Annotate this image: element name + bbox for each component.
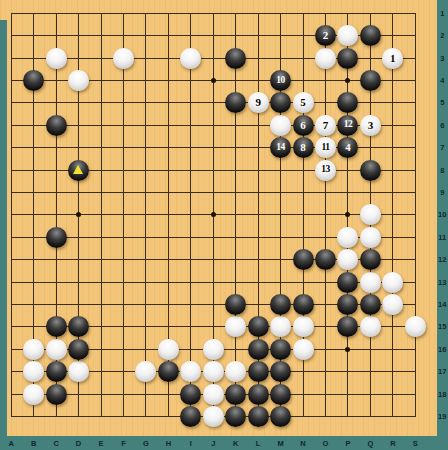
stone-black-M16[interactable] (270, 339, 291, 360)
stone-white-O8[interactable]: 13 (315, 160, 336, 181)
triangle-mark-icon (73, 165, 83, 174)
stone-black-C17[interactable] (46, 361, 67, 382)
row-label-18: 18 (437, 390, 448, 399)
stone-black-C6[interactable] (46, 115, 67, 136)
grid-line-vertical (325, 13, 326, 417)
stone-white-C16[interactable] (46, 339, 67, 360)
stone-white-Q11[interactable] (360, 227, 381, 248)
column-label-P: P (341, 439, 355, 448)
column-label-J: J (206, 439, 220, 448)
stone-black-M18[interactable] (270, 384, 291, 405)
star-point (345, 347, 350, 352)
stone-black-C11[interactable] (46, 227, 67, 248)
column-label-I: I (184, 439, 198, 448)
column-label-L: L (251, 439, 265, 448)
stone-black-K5[interactable] (225, 92, 246, 113)
stone-black-D15[interactable] (68, 316, 89, 337)
stone-white-N15[interactable] (293, 316, 314, 337)
stone-black-P6[interactable]: 12 (337, 115, 358, 136)
stone-black-H17[interactable] (158, 361, 179, 382)
column-label-K: K (229, 439, 243, 448)
stone-black-P13[interactable] (337, 272, 358, 293)
stone-black-Q4[interactable] (360, 70, 381, 91)
move-number-label: 11 (322, 143, 330, 153)
column-label-H: H (161, 439, 175, 448)
column-label-D: D (72, 439, 86, 448)
stone-black-P15[interactable] (337, 316, 358, 337)
column-label-N: N (296, 439, 310, 448)
stone-white-D17[interactable] (68, 361, 89, 382)
stone-white-J17[interactable] (203, 361, 224, 382)
star-point (76, 212, 81, 217)
stone-black-I18[interactable] (180, 384, 201, 405)
row-label-1: 1 (437, 9, 448, 18)
stone-white-S15[interactable] (405, 316, 426, 337)
stone-black-D8[interactable] (68, 160, 89, 181)
star-point (345, 212, 350, 217)
move-number-label: 5 (300, 97, 306, 108)
stone-black-B4[interactable] (23, 70, 44, 91)
stone-black-Q2[interactable] (360, 25, 381, 46)
row-label-4: 4 (437, 76, 448, 85)
stone-white-O7[interactable]: 11 (315, 137, 336, 158)
stone-white-R3[interactable]: 1 (382, 48, 403, 69)
column-label-B: B (27, 439, 41, 448)
column-label-S: S (408, 439, 422, 448)
stone-black-D16[interactable] (68, 339, 89, 360)
column-label-G: G (139, 439, 153, 448)
stone-black-K18[interactable] (225, 384, 246, 405)
stone-white-B17[interactable] (23, 361, 44, 382)
stone-black-I19[interactable] (180, 406, 201, 427)
stone-white-O3[interactable] (315, 48, 336, 69)
column-label-F: F (116, 439, 130, 448)
row-label-2: 2 (437, 31, 448, 40)
stone-white-F3[interactable] (113, 48, 134, 69)
stone-black-P5[interactable] (337, 92, 358, 113)
grid-line-vertical (415, 13, 416, 417)
stone-white-I17[interactable] (180, 361, 201, 382)
star-point (211, 78, 216, 83)
board-frame-right (437, 0, 448, 450)
row-label-17: 17 (437, 367, 448, 376)
stone-black-Q14[interactable] (360, 294, 381, 315)
stone-white-J19[interactable] (203, 406, 224, 427)
stone-white-D4[interactable] (68, 70, 89, 91)
board-frame-left (0, 20, 7, 436)
stone-white-N16[interactable] (293, 339, 314, 360)
stone-white-H16[interactable] (158, 339, 179, 360)
stone-black-N14[interactable] (293, 294, 314, 315)
grid-line-vertical (392, 13, 393, 417)
stone-black-C18[interactable] (46, 384, 67, 405)
stone-white-R13[interactable] (382, 272, 403, 293)
row-label-8: 8 (437, 166, 448, 175)
row-label-14: 14 (437, 300, 448, 309)
grid-line-vertical (235, 13, 236, 417)
stone-black-P7[interactable]: 4 (337, 137, 358, 158)
board-frame-bottom (0, 436, 448, 450)
stone-black-C15[interactable] (46, 316, 67, 337)
stone-white-I3[interactable] (180, 48, 201, 69)
stone-white-P2[interactable] (337, 25, 358, 46)
goban[interactable]: 1234567891011121314 ABCDEFGHIJKLMNOPQRS1… (0, 0, 448, 450)
move-number-label: 7 (323, 120, 329, 131)
star-point (345, 78, 350, 83)
stone-black-K3[interactable] (225, 48, 246, 69)
row-label-9: 9 (437, 188, 448, 197)
row-label-5: 5 (437, 98, 448, 107)
stone-white-B18[interactable] (23, 384, 44, 405)
stone-black-K14[interactable] (225, 294, 246, 315)
stone-white-K17[interactable] (225, 361, 246, 382)
stone-white-J16[interactable] (203, 339, 224, 360)
stone-black-L18[interactable] (248, 384, 269, 405)
stone-black-Q12[interactable] (360, 249, 381, 270)
stone-white-Q6[interactable]: 3 (360, 115, 381, 136)
move-number-label: 3 (368, 120, 374, 131)
star-point (211, 212, 216, 217)
stone-white-J18[interactable] (203, 384, 224, 405)
stone-white-K15[interactable] (225, 316, 246, 337)
row-label-19: 19 (437, 412, 448, 421)
stone-white-M6[interactable] (270, 115, 291, 136)
stone-white-P12[interactable] (337, 249, 358, 270)
stone-black-N12[interactable] (293, 249, 314, 270)
row-label-7: 7 (437, 143, 448, 152)
column-label-R: R (386, 439, 400, 448)
column-label-Q: Q (363, 439, 377, 448)
stone-white-Q15[interactable] (360, 316, 381, 337)
stone-white-O6[interactable]: 7 (315, 115, 336, 136)
stone-white-G17[interactable] (135, 361, 156, 382)
stone-black-L15[interactable] (248, 316, 269, 337)
stone-black-N7[interactable]: 8 (293, 137, 314, 158)
column-label-M: M (274, 439, 288, 448)
stone-white-N5[interactable]: 5 (293, 92, 314, 113)
move-number-label: 2 (323, 30, 329, 41)
move-number-label: 8 (300, 142, 306, 153)
stone-white-P11[interactable] (337, 227, 358, 248)
stone-white-Q13[interactable] (360, 272, 381, 293)
row-label-15: 15 (437, 322, 448, 331)
stone-black-P3[interactable] (337, 48, 358, 69)
move-number-label: 13 (321, 165, 330, 175)
stone-white-B16[interactable] (23, 339, 44, 360)
stone-white-R14[interactable] (382, 294, 403, 315)
row-label-11: 11 (437, 233, 448, 242)
row-label-12: 12 (437, 255, 448, 264)
stone-black-M7[interactable]: 14 (270, 137, 291, 158)
stone-black-L19[interactable] (248, 406, 269, 427)
move-number-label: 9 (255, 97, 261, 108)
stone-white-Q10[interactable] (360, 204, 381, 225)
stone-black-Q8[interactable] (360, 160, 381, 181)
move-number-label: 4 (345, 142, 351, 153)
move-number-label: 1 (390, 53, 396, 64)
move-number-label: 14 (276, 143, 285, 153)
stone-black-L17[interactable] (248, 361, 269, 382)
stone-black-M19[interactable] (270, 406, 291, 427)
stone-white-L5[interactable]: 9 (248, 92, 269, 113)
stone-black-M4[interactable]: 10 (270, 70, 291, 91)
stone-black-N6[interactable]: 6 (293, 115, 314, 136)
stone-black-K19[interactable] (225, 406, 246, 427)
stone-black-M14[interactable] (270, 294, 291, 315)
column-label-C: C (49, 439, 63, 448)
row-label-3: 3 (437, 54, 448, 63)
row-label-10: 10 (437, 210, 448, 219)
stone-black-M5[interactable] (270, 92, 291, 113)
stone-white-C3[interactable] (46, 48, 67, 69)
move-number-label: 6 (300, 120, 306, 131)
row-label-13: 13 (437, 278, 448, 287)
stone-black-L16[interactable] (248, 339, 269, 360)
move-number-label: 10 (276, 76, 285, 86)
column-label-O: O (319, 439, 333, 448)
move-number-label: 12 (344, 120, 353, 130)
row-label-6: 6 (437, 121, 448, 130)
stone-black-O2[interactable]: 2 (315, 25, 336, 46)
stone-white-M15[interactable] (270, 316, 291, 337)
column-label-A: A (4, 439, 18, 448)
stone-black-P14[interactable] (337, 294, 358, 315)
column-label-E: E (94, 439, 108, 448)
row-label-16: 16 (437, 345, 448, 354)
stone-black-O12[interactable] (315, 249, 336, 270)
stone-black-M17[interactable] (270, 361, 291, 382)
